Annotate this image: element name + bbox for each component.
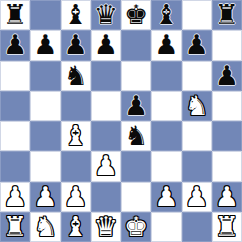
white-pawn[interactable]: ♟: [185, 182, 209, 212]
square-a4[interactable]: [0, 121, 30, 151]
square-c7[interactable]: ♟: [61, 30, 91, 60]
black-rook[interactable]: ♜: [3, 0, 27, 30]
square-b6[interactable]: [30, 61, 60, 91]
square-g1[interactable]: [182, 212, 212, 242]
square-b2[interactable]: ♟: [30, 182, 60, 212]
square-g7[interactable]: ♟: [182, 30, 212, 60]
square-a2[interactable]: ♟: [0, 182, 30, 212]
chess-board: ♜♝♛♚♝♜♟♟♟♟♟♟♞♟♟♞♝♞♟♟♟♟♟♟♟♜♞♝♛♚♜: [0, 0, 242, 242]
square-b8[interactable]: [30, 0, 60, 30]
square-f6[interactable]: [151, 61, 181, 91]
square-h4[interactable]: [212, 121, 242, 151]
square-f2[interactable]: ♟: [151, 182, 181, 212]
white-pawn[interactable]: ♟: [3, 182, 27, 212]
square-c2[interactable]: ♟: [61, 182, 91, 212]
square-g6[interactable]: [182, 61, 212, 91]
white-rook[interactable]: ♜: [3, 212, 27, 242]
white-queen[interactable]: ♛: [94, 212, 118, 242]
square-d8[interactable]: ♛: [91, 0, 121, 30]
square-g5[interactable]: ♞: [182, 91, 212, 121]
square-f4[interactable]: [151, 121, 181, 151]
square-c1[interactable]: ♝: [61, 212, 91, 242]
square-g8[interactable]: [182, 0, 212, 30]
square-h5[interactable]: [212, 91, 242, 121]
square-a6[interactable]: [0, 61, 30, 91]
black-pawn[interactable]: ♟: [154, 30, 178, 60]
square-e6[interactable]: [121, 61, 151, 91]
square-e5[interactable]: ♟: [121, 91, 151, 121]
square-d1[interactable]: ♛: [91, 212, 121, 242]
square-d6[interactable]: [91, 61, 121, 91]
white-pawn[interactable]: ♟: [33, 182, 57, 212]
square-f1[interactable]: [151, 212, 181, 242]
square-h7[interactable]: [212, 30, 242, 60]
black-pawn[interactable]: ♟: [64, 30, 88, 60]
square-f7[interactable]: ♟: [151, 30, 181, 60]
white-rook[interactable]: ♜: [215, 212, 239, 242]
square-b7[interactable]: ♟: [30, 30, 60, 60]
black-pawn[interactable]: ♟: [94, 30, 118, 60]
black-bishop[interactable]: ♝: [64, 0, 88, 30]
white-knight[interactable]: ♞: [33, 212, 57, 242]
square-c3[interactable]: [61, 151, 91, 181]
square-f3[interactable]: [151, 151, 181, 181]
square-e1[interactable]: ♚: [121, 212, 151, 242]
black-knight[interactable]: ♞: [124, 121, 148, 151]
square-c5[interactable]: [61, 91, 91, 121]
square-f8[interactable]: ♝: [151, 0, 181, 30]
square-a7[interactable]: ♟: [0, 30, 30, 60]
square-c4[interactable]: ♝: [61, 121, 91, 151]
black-knight[interactable]: ♞: [64, 61, 88, 91]
black-pawn[interactable]: ♟: [3, 30, 27, 60]
square-b3[interactable]: [30, 151, 60, 181]
black-pawn[interactable]: ♟: [215, 61, 239, 91]
square-a3[interactable]: [0, 151, 30, 181]
square-h8[interactable]: ♜: [212, 0, 242, 30]
black-queen[interactable]: ♛: [94, 0, 118, 30]
black-king[interactable]: ♚: [124, 0, 148, 30]
square-f5[interactable]: [151, 91, 181, 121]
square-d7[interactable]: ♟: [91, 30, 121, 60]
white-pawn[interactable]: ♟: [94, 151, 118, 181]
square-a8[interactable]: ♜: [0, 0, 30, 30]
square-h3[interactable]: [212, 151, 242, 181]
black-pawn[interactable]: ♟: [185, 30, 209, 60]
square-e4[interactable]: ♞: [121, 121, 151, 151]
square-e8[interactable]: ♚: [121, 0, 151, 30]
square-c8[interactable]: ♝: [61, 0, 91, 30]
black-pawn[interactable]: ♟: [33, 30, 57, 60]
square-d5[interactable]: [91, 91, 121, 121]
white-bishop[interactable]: ♝: [64, 212, 88, 242]
square-g4[interactable]: [182, 121, 212, 151]
square-h6[interactable]: ♟: [212, 61, 242, 91]
square-d2[interactable]: [91, 182, 121, 212]
white-pawn[interactable]: ♟: [215, 182, 239, 212]
square-b5[interactable]: [30, 91, 60, 121]
square-e2[interactable]: [121, 182, 151, 212]
square-g2[interactable]: ♟: [182, 182, 212, 212]
square-b4[interactable]: [30, 121, 60, 151]
square-g3[interactable]: [182, 151, 212, 181]
square-a5[interactable]: [0, 91, 30, 121]
square-b1[interactable]: ♞: [30, 212, 60, 242]
white-pawn[interactable]: ♟: [154, 182, 178, 212]
square-h1[interactable]: ♜: [212, 212, 242, 242]
square-a1[interactable]: ♜: [0, 212, 30, 242]
square-h2[interactable]: ♟: [212, 182, 242, 212]
square-c6[interactable]: ♞: [61, 61, 91, 91]
black-pawn[interactable]: ♟: [124, 91, 148, 121]
square-e3[interactable]: [121, 151, 151, 181]
white-king[interactable]: ♚: [124, 212, 148, 242]
white-bishop[interactable]: ♝: [64, 121, 88, 151]
white-pawn[interactable]: ♟: [64, 182, 88, 212]
white-knight[interactable]: ♞: [185, 91, 209, 121]
black-bishop[interactable]: ♝: [154, 0, 178, 30]
black-rook[interactable]: ♜: [215, 0, 239, 30]
square-e7[interactable]: [121, 30, 151, 60]
square-d3[interactable]: ♟: [91, 151, 121, 181]
square-d4[interactable]: [91, 121, 121, 151]
